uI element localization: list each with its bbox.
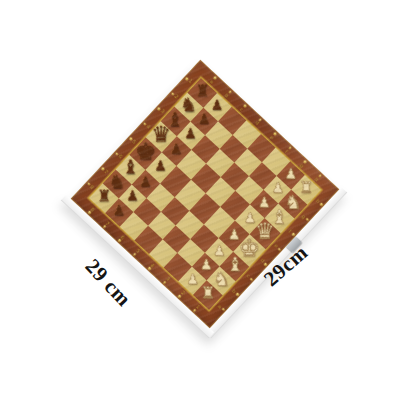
brass-screw-dot (243, 104, 247, 108)
brass-screw-dot (273, 132, 277, 136)
white-pawn: ♟ (186, 272, 199, 286)
coordinate-label: f (285, 149, 290, 154)
white-knight: ♞ (284, 193, 301, 212)
brass-screw-dot (103, 224, 107, 228)
white-bishop: ♝ (226, 255, 243, 274)
black-bishop: ♝ (167, 110, 184, 129)
brass-screw-dot (88, 211, 92, 215)
coordinate-label: 1 (187, 79, 193, 85)
brass-screw-dot (213, 76, 217, 80)
brass-screw-dot (133, 252, 137, 256)
brass-screw-dot (318, 174, 322, 178)
black-rook: ♜ (97, 188, 111, 204)
white-rook: ♜ (299, 180, 313, 196)
coordinate-label: 4 (145, 124, 151, 130)
black-knight: ♞ (109, 172, 126, 191)
white-pawn: ♟ (200, 258, 213, 272)
brass-screw-dot (178, 294, 182, 298)
black-pawn: ♟ (184, 127, 197, 141)
black-rook: ♜ (195, 83, 209, 99)
white-rook: ♜ (201, 285, 215, 301)
white-knight: ♞ (213, 269, 230, 288)
black-bishop: ♝ (122, 158, 139, 177)
black-pawn: ♟ (211, 98, 224, 112)
brass-screw-dot (258, 118, 262, 122)
coordinate-label: 7 (103, 169, 109, 175)
white-pawn: ♟ (244, 211, 257, 225)
white-pawn: ♟ (285, 167, 298, 181)
white-pawn: ♟ (213, 243, 226, 257)
white-pawn: ♟ (258, 195, 271, 209)
brass-screw-dot (163, 280, 167, 284)
brass-screw-dot (303, 160, 307, 164)
black-pawn: ♟ (198, 112, 211, 126)
white-pawn: ♟ (228, 227, 241, 241)
black-pawn: ♟ (126, 189, 139, 203)
product-photo: ♜♟♟♜♞♟♟♞♝♟♟♝♛♟♟♛♚♟♟♚♝♟♟♝♞♟♟♞♜♟♟♜ a81hb72… (0, 0, 400, 400)
black-pawn: ♟ (139, 175, 152, 189)
white-pawn: ♟ (271, 181, 284, 195)
brass-screw-dot (118, 238, 122, 242)
coordinate-label: 8 (89, 184, 95, 190)
black-pawn: ♟ (170, 142, 183, 156)
coordinate-label: 2 (173, 94, 179, 100)
brass-screw-dot (148, 266, 152, 270)
coordinate-label: 5 (131, 139, 137, 145)
black-pawn: ♟ (154, 159, 167, 173)
black-pawn: ♟ (113, 203, 126, 217)
brass-screw-dot (288, 146, 292, 150)
brass-screw-dot (228, 90, 232, 94)
black-knight: ♞ (180, 96, 197, 115)
brass-screw-dot (193, 308, 197, 312)
white-bishop: ♝ (271, 207, 288, 226)
coordinate-label: 6 (117, 154, 123, 160)
coordinate-label: 3 (159, 109, 165, 115)
